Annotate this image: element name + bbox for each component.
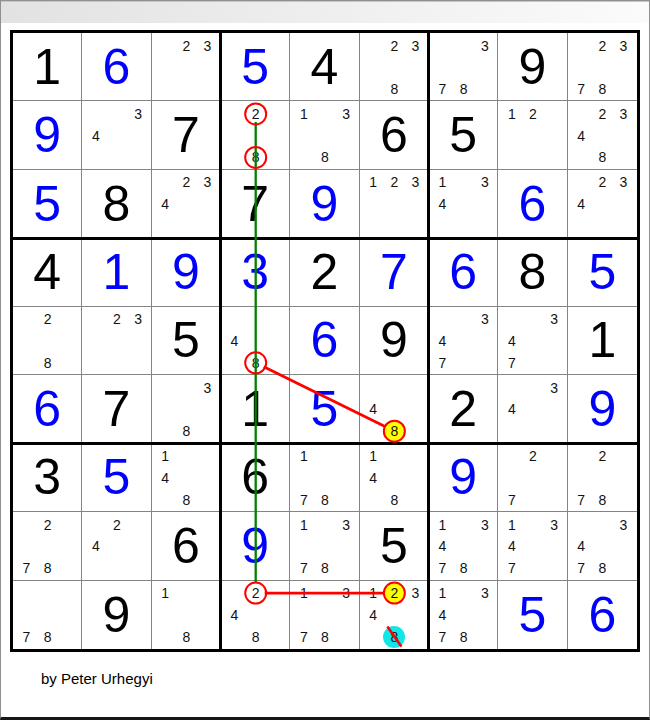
pencil-mark-8: 8 [247, 149, 265, 165]
given-digit: 5 [380, 521, 408, 571]
pencil-mark-1: 1 [295, 448, 313, 464]
pencil-mark-3: 3 [129, 311, 147, 327]
cell-r3c3[interactable]: 234 [152, 170, 221, 238]
cell-r3c1[interactable]: 5 [13, 170, 82, 238]
pencil-mark-8: 8 [316, 629, 334, 645]
pencil-mark-3: 3 [406, 174, 424, 190]
given-digit: 7 [103, 384, 131, 434]
given-digit: 9 [380, 315, 408, 365]
pencil-mark-8: 8 [177, 423, 195, 439]
pencil-mark-4: 4 [226, 607, 244, 623]
cell-r2c7[interactable]: 5 [429, 101, 498, 169]
cell-r8c4[interactable]: 9 [221, 512, 290, 580]
cell-r6c6[interactable]: 48 [360, 375, 429, 443]
pencil-mark-4: 4 [226, 333, 244, 349]
pencil-mark-8: 8 [455, 81, 473, 97]
pencil-mark-4: 4 [572, 196, 590, 212]
cell-r6c9[interactable]: 9 [568, 375, 637, 443]
given-digit: 6 [380, 110, 408, 160]
solved-digit: 9 [449, 452, 477, 502]
cell-r6c1[interactable]: 6 [13, 375, 82, 443]
pencil-mark-3: 3 [129, 106, 147, 122]
cell-r7c4[interactable]: 6 [221, 444, 290, 512]
cell-r4c5[interactable]: 2 [290, 238, 359, 306]
cell-r8c8[interactable]: 1347 [498, 512, 567, 580]
cell-r9c4[interactable]: 248 [221, 581, 290, 649]
pencil-mark-3: 3 [198, 380, 216, 396]
cell-r7c3[interactable]: 148 [152, 444, 221, 512]
pencil-mark-4: 4 [87, 538, 105, 554]
pencil-mark-1: 1 [364, 448, 382, 464]
given-digit: 7 [172, 110, 200, 160]
cell-r8c2[interactable]: 24 [82, 512, 151, 580]
pencil-mark-3: 3 [545, 517, 563, 533]
pencil-mark-7: 7 [434, 81, 452, 97]
pencil-mark-4: 4 [434, 333, 452, 349]
sudoku-grid: 1623542383789237893472813865122348582347… [13, 33, 637, 649]
pencil-mark-8: 8 [385, 423, 403, 439]
pencil-mark-8: 8 [593, 560, 611, 576]
cell-r8c6[interactable]: 5 [360, 512, 429, 580]
cell-r9c2[interactable]: 9 [82, 581, 151, 649]
given-digit: 6 [172, 521, 200, 571]
pencil-mark-4: 4 [503, 401, 521, 417]
cell-r9c8[interactable]: 5 [498, 581, 567, 649]
pencil-mark-1: 1 [156, 585, 174, 601]
pencil-mark-7: 7 [572, 81, 590, 97]
pencil-mark-1: 1 [434, 174, 452, 190]
pencil-mark-7: 7 [295, 560, 313, 576]
cell-r9c3[interactable]: 18 [152, 581, 221, 649]
cell-r9c9[interactable]: 6 [568, 581, 637, 649]
pencil-mark-3: 3 [406, 38, 424, 54]
solved-digit: 9 [172, 247, 200, 297]
given-digit: 1 [588, 315, 616, 365]
cell-r9c6[interactable]: 12348 [360, 581, 429, 649]
cell-r5c7[interactable]: 347 [429, 307, 498, 375]
pencil-mark-4: 4 [434, 607, 452, 623]
pencil-mark-3: 3 [614, 38, 632, 54]
pencil-mark-4: 4 [572, 128, 590, 144]
pencil-mark-3: 3 [198, 38, 216, 54]
pencil-mark-1: 1 [364, 585, 382, 601]
pencil-mark-3: 3 [476, 174, 494, 190]
given-digit: 3 [33, 452, 61, 502]
pencil-mark-4: 4 [156, 196, 174, 212]
cell-r3c9[interactable]: 234 [568, 170, 637, 238]
cell-r2c6[interactable]: 6 [360, 101, 429, 169]
pencil-mark-1: 1 [156, 448, 174, 464]
solved-digit: 5 [103, 452, 131, 502]
cell-r7c8[interactable]: 27 [498, 444, 567, 512]
pencil-mark-2: 2 [593, 38, 611, 54]
cell-r7c5[interactable]: 178 [290, 444, 359, 512]
pencil-mark-8: 8 [39, 629, 57, 645]
pencil-mark-7: 7 [503, 560, 521, 576]
cell-r7c1[interactable]: 3 [13, 444, 82, 512]
given-digit: 2 [311, 247, 339, 297]
cell-r5c8[interactable]: 347 [498, 307, 567, 375]
cell-r3c2[interactable]: 8 [82, 170, 151, 238]
pencil-mark-8: 8 [593, 81, 611, 97]
cell-r8c9[interactable]: 3478 [568, 512, 637, 580]
given-digit: 4 [311, 42, 339, 92]
box-border-horizontal-1 [13, 237, 637, 240]
solved-digit: 5 [588, 247, 616, 297]
pencil-mark-2: 2 [385, 174, 403, 190]
pencil-mark-8: 8 [593, 492, 611, 508]
pencil-mark-7: 7 [572, 492, 590, 508]
pencil-mark-8: 8 [39, 560, 57, 576]
cell-r2c2[interactable]: 34 [82, 101, 151, 169]
cell-r1c1[interactable]: 1 [13, 33, 82, 101]
cell-r1c2[interactable]: 6 [82, 33, 151, 101]
pencil-mark-3: 3 [545, 380, 563, 396]
solved-digit: 9 [241, 521, 269, 571]
pencil-mark-7: 7 [572, 560, 590, 576]
cell-r5c1[interactable]: 28 [13, 307, 82, 375]
pencil-mark-2: 2 [593, 448, 611, 464]
solved-digit: 6 [588, 590, 616, 640]
pencil-mark-4: 4 [434, 538, 452, 554]
solved-digit: 5 [519, 590, 547, 640]
cell-r1c8[interactable]: 9 [498, 33, 567, 101]
cell-r5c2[interactable]: 23 [82, 307, 151, 375]
pencil-mark-1: 1 [295, 106, 313, 122]
solved-digit: 5 [241, 42, 269, 92]
pencil-mark-1: 1 [434, 585, 452, 601]
pencil-mark-7: 7 [503, 355, 521, 371]
given-digit: 8 [519, 247, 547, 297]
pencil-mark-3: 3 [476, 585, 494, 601]
cell-r2c1[interactable]: 9 [13, 101, 82, 169]
given-digit: 2 [449, 384, 477, 434]
pencil-mark-1: 1 [295, 517, 313, 533]
pencil-mark-2: 2 [385, 585, 403, 601]
pencil-mark-2: 2 [39, 311, 57, 327]
sudoku-app-window: 1623542383789237893472813865122348582347… [0, 0, 650, 720]
pencil-mark-3: 3 [337, 106, 355, 122]
cell-r8c3[interactable]: 6 [152, 512, 221, 580]
cell-r4c4[interactable]: 3 [221, 238, 290, 306]
pencil-mark-7: 7 [434, 629, 452, 645]
pencil-mark-1: 1 [434, 517, 452, 533]
pencil-mark-8: 8 [385, 629, 403, 645]
pencil-mark-4: 4 [503, 538, 521, 554]
given-digit: 4 [33, 247, 61, 297]
cell-r6c2[interactable]: 7 [82, 375, 151, 443]
cell-r6c3[interactable]: 38 [152, 375, 221, 443]
solved-digit: 3 [241, 247, 269, 297]
solved-digit: 5 [311, 384, 339, 434]
pencil-mark-3: 3 [614, 174, 632, 190]
pencil-mark-2: 2 [108, 311, 126, 327]
cell-r6c4[interactable]: 1 [221, 375, 290, 443]
pencil-mark-1: 1 [364, 174, 382, 190]
given-digit: 5 [172, 315, 200, 365]
pencil-mark-1: 1 [503, 517, 521, 533]
cell-r4c3[interactable]: 9 [152, 238, 221, 306]
pencil-mark-8: 8 [455, 560, 473, 576]
cell-r3c8[interactable]: 6 [498, 170, 567, 238]
cell-r6c7[interactable]: 2 [429, 375, 498, 443]
cell-r1c6[interactable]: 238 [360, 33, 429, 101]
cell-r9c7[interactable]: 13478 [429, 581, 498, 649]
cell-r6c5[interactable]: 5 [290, 375, 359, 443]
cell-r2c8[interactable]: 12 [498, 101, 567, 169]
pencil-mark-8: 8 [385, 492, 403, 508]
pencil-mark-1: 1 [295, 585, 313, 601]
pencil-mark-3: 3 [476, 311, 494, 327]
pencil-mark-2: 2 [247, 106, 265, 122]
solved-digit: 6 [103, 42, 131, 92]
pencil-mark-3: 3 [406, 585, 424, 601]
pencil-mark-3: 3 [337, 517, 355, 533]
cell-r2c9[interactable]: 2348 [568, 101, 637, 169]
pencil-mark-3: 3 [545, 311, 563, 327]
pencil-mark-2: 2 [385, 38, 403, 54]
pencil-mark-4: 4 [156, 470, 174, 486]
pencil-mark-4: 4 [87, 128, 105, 144]
cell-r5c4[interactable]: 48 [221, 307, 290, 375]
solved-digit: 5 [33, 179, 61, 229]
pencil-mark-8: 8 [247, 355, 265, 371]
cell-r3c5[interactable]: 9 [290, 170, 359, 238]
box-border-horizontal-2 [13, 442, 637, 445]
given-digit: 5 [449, 110, 477, 160]
solved-digit: 6 [33, 384, 61, 434]
pencil-mark-8: 8 [455, 629, 473, 645]
solved-digit: 6 [519, 179, 547, 229]
cell-r5c6[interactable]: 9 [360, 307, 429, 375]
pencil-mark-3: 3 [198, 174, 216, 190]
cell-r4c7[interactable]: 6 [429, 238, 498, 306]
cell-r8c1[interactable]: 278 [13, 512, 82, 580]
pencil-mark-7: 7 [503, 492, 521, 508]
cell-r4c2[interactable]: 1 [82, 238, 151, 306]
box-border-vertical-1 [219, 33, 222, 649]
pencil-mark-8: 8 [593, 149, 611, 165]
cell-r4c1[interactable]: 4 [13, 238, 82, 306]
cell-r5c9[interactable]: 1 [568, 307, 637, 375]
pencil-mark-1: 1 [503, 106, 521, 122]
box-border-vertical-2 [427, 33, 430, 649]
cell-r3c7[interactable]: 134 [429, 170, 498, 238]
sudoku-board: 1623542383789237893472813865122348582347… [10, 30, 640, 652]
pencil-mark-4: 4 [572, 538, 590, 554]
solved-digit: 6 [449, 247, 477, 297]
pencil-mark-2: 2 [108, 517, 126, 533]
cell-r8c7[interactable]: 13478 [429, 512, 498, 580]
cell-r7c7[interactable]: 9 [429, 444, 498, 512]
pencil-mark-2: 2 [177, 38, 195, 54]
cell-r1c3[interactable]: 23 [152, 33, 221, 101]
cell-r6c8[interactable]: 34 [498, 375, 567, 443]
given-digit: 1 [241, 384, 269, 434]
solved-digit: 1 [103, 247, 131, 297]
cell-r4c6[interactable]: 7 [360, 238, 429, 306]
pencil-mark-3: 3 [337, 585, 355, 601]
pencil-mark-7: 7 [18, 629, 36, 645]
given-digit: 9 [519, 42, 547, 92]
pencil-mark-8: 8 [316, 492, 334, 508]
pencil-mark-8: 8 [316, 560, 334, 576]
cell-r1c7[interactable]: 378 [429, 33, 498, 101]
pencil-mark-8: 8 [247, 629, 265, 645]
pencil-mark-7: 7 [434, 560, 452, 576]
credit-text: by Peter Urhegyi [41, 670, 153, 687]
solved-digit: 9 [311, 179, 339, 229]
pencil-mark-4: 4 [434, 196, 452, 212]
pencil-mark-3: 3 [614, 517, 632, 533]
pencil-mark-2: 2 [593, 106, 611, 122]
cell-r4c9[interactable]: 5 [568, 238, 637, 306]
pencil-mark-8: 8 [177, 629, 195, 645]
solved-digit: 9 [33, 110, 61, 160]
pencil-mark-7: 7 [295, 492, 313, 508]
pencil-mark-3: 3 [614, 106, 632, 122]
cell-r8c5[interactable]: 1378 [290, 512, 359, 580]
cell-r5c5[interactable]: 6 [290, 307, 359, 375]
pencil-mark-7: 7 [18, 560, 36, 576]
cell-r3c4[interactable]: 7 [221, 170, 290, 238]
pencil-mark-7: 7 [295, 629, 313, 645]
pencil-mark-2: 2 [177, 174, 195, 190]
pencil-mark-2: 2 [524, 448, 542, 464]
pencil-mark-7: 7 [434, 355, 452, 371]
pencil-mark-4: 4 [364, 401, 382, 417]
pencil-mark-4: 4 [503, 333, 521, 349]
top-strip [1, 1, 649, 23]
given-digit: 6 [241, 452, 269, 502]
pencil-mark-4: 4 [364, 607, 382, 623]
cell-r1c9[interactable]: 2378 [568, 33, 637, 101]
cell-r2c5[interactable]: 138 [290, 101, 359, 169]
pencil-mark-3: 3 [476, 517, 494, 533]
cell-r2c3[interactable]: 7 [152, 101, 221, 169]
cell-r2c4[interactable]: 28 [221, 101, 290, 169]
solved-digit: 9 [588, 384, 616, 434]
cell-r7c9[interactable]: 278 [568, 444, 637, 512]
pencil-mark-2: 2 [247, 585, 265, 601]
cell-r9c5[interactable]: 1378 [290, 581, 359, 649]
pencil-mark-8: 8 [39, 355, 57, 371]
pencil-mark-8: 8 [316, 149, 334, 165]
given-digit: 9 [103, 590, 131, 640]
cell-r7c6[interactable]: 148 [360, 444, 429, 512]
given-digit: 1 [33, 42, 61, 92]
pencil-mark-4: 4 [364, 470, 382, 486]
cell-r9c1[interactable]: 78 [13, 581, 82, 649]
cell-r7c2[interactable]: 5 [82, 444, 151, 512]
pencil-mark-2: 2 [593, 174, 611, 190]
solved-digit: 7 [380, 247, 408, 297]
given-digit: 8 [103, 179, 131, 229]
cell-r5c3[interactable]: 5 [152, 307, 221, 375]
pencil-mark-3: 3 [476, 38, 494, 54]
cell-r1c4[interactable]: 5 [221, 33, 290, 101]
pencil-mark-8: 8 [385, 81, 403, 97]
cell-r1c5[interactable]: 4 [290, 33, 359, 101]
cell-r3c6[interactable]: 123 [360, 170, 429, 238]
pencil-mark-2: 2 [39, 517, 57, 533]
cell-r4c8[interactable]: 8 [498, 238, 567, 306]
pencil-mark-8: 8 [177, 492, 195, 508]
pencil-mark-2: 2 [524, 106, 542, 122]
given-digit: 7 [241, 179, 269, 229]
solved-digit: 6 [311, 315, 339, 365]
